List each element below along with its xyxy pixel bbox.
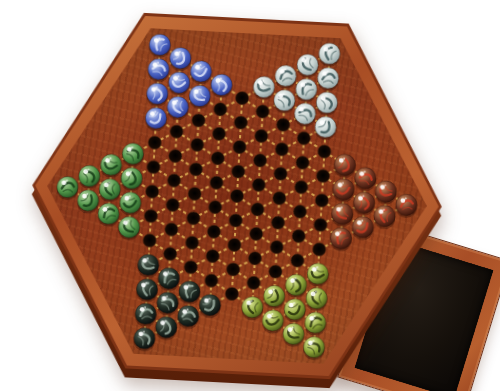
- hole[interactable]: [207, 225, 221, 239]
- hole[interactable]: [147, 160, 161, 174]
- marble-black[interactable]: [155, 316, 177, 341]
- marble-black[interactable]: [135, 303, 157, 328]
- marble-white[interactable]: [274, 65, 296, 90]
- hole[interactable]: [144, 209, 158, 223]
- hole[interactable]: [290, 254, 304, 268]
- marble-white[interactable]: [317, 67, 339, 92]
- hole[interactable]: [247, 276, 261, 290]
- marble-black[interactable]: [137, 254, 159, 279]
- hole[interactable]: [168, 149, 182, 163]
- marble-green[interactable]: [122, 143, 144, 168]
- marble-green[interactable]: [97, 203, 119, 228]
- marble-yellow-green[interactable]: [263, 285, 285, 310]
- marble-blue[interactable]: [147, 58, 169, 83]
- hole[interactable]: [248, 251, 262, 265]
- hole[interactable]: [312, 242, 326, 256]
- hole[interactable]: [185, 236, 199, 250]
- marble-red[interactable]: [395, 194, 417, 219]
- hole[interactable]: [230, 189, 244, 203]
- hole[interactable]: [186, 211, 200, 225]
- marble-red[interactable]: [331, 203, 353, 228]
- hole[interactable]: [213, 102, 227, 116]
- marble-yellow-green[interactable]: [282, 323, 304, 348]
- marble-yellow-green[interactable]: [303, 336, 325, 361]
- marble-red[interactable]: [352, 216, 374, 241]
- marble-black[interactable]: [199, 294, 221, 319]
- marble-red[interactable]: [334, 154, 356, 179]
- hole[interactable]: [145, 185, 159, 199]
- marble-white[interactable]: [316, 91, 338, 116]
- marble-blue[interactable]: [168, 71, 190, 96]
- hole[interactable]: [212, 127, 226, 141]
- marble-white[interactable]: [295, 78, 317, 103]
- hole[interactable]: [210, 176, 224, 190]
- hole[interactable]: [294, 180, 308, 194]
- marble-red[interactable]: [354, 167, 376, 192]
- hole[interactable]: [233, 140, 247, 154]
- marble-blue[interactable]: [190, 60, 212, 85]
- hole[interactable]: [256, 105, 270, 119]
- hole[interactable]: [206, 249, 220, 263]
- marble-yellow-green[interactable]: [284, 298, 306, 323]
- marble-green[interactable]: [77, 189, 99, 214]
- marble-red[interactable]: [330, 227, 352, 252]
- hole[interactable]: [296, 156, 310, 170]
- hole[interactable]: [165, 222, 179, 236]
- board-wrap: [0, 0, 500, 391]
- marble-yellow-green[interactable]: [241, 296, 263, 321]
- hole[interactable]: [254, 129, 268, 143]
- marble-white[interactable]: [253, 76, 275, 101]
- marble-black[interactable]: [156, 292, 178, 317]
- hole[interactable]: [275, 142, 289, 156]
- marble-green[interactable]: [120, 167, 142, 192]
- hole[interactable]: [225, 287, 239, 301]
- hole[interactable]: [274, 167, 288, 181]
- hole[interactable]: [292, 229, 306, 243]
- hole[interactable]: [226, 262, 240, 276]
- hole[interactable]: [293, 205, 307, 219]
- marble-blue[interactable]: [149, 34, 171, 59]
- hole[interactable]: [297, 131, 311, 145]
- marble-green[interactable]: [78, 165, 100, 190]
- marble-red[interactable]: [332, 178, 354, 203]
- marble-black[interactable]: [136, 278, 158, 303]
- marble-blue[interactable]: [169, 47, 191, 72]
- marble-white[interactable]: [314, 116, 336, 141]
- scene: [0, 0, 500, 391]
- marble-green[interactable]: [119, 192, 141, 217]
- marble-white[interactable]: [273, 89, 295, 114]
- marble-white[interactable]: [294, 103, 316, 128]
- hole[interactable]: [211, 151, 225, 165]
- hole[interactable]: [314, 218, 328, 232]
- hole[interactable]: [227, 238, 241, 252]
- star-grid: [0, 0, 500, 391]
- hole[interactable]: [208, 200, 222, 214]
- hole[interactable]: [231, 165, 245, 179]
- marble-red[interactable]: [353, 192, 375, 217]
- marble-green[interactable]: [118, 216, 140, 241]
- hole[interactable]: [253, 154, 267, 168]
- hole[interactable]: [272, 191, 286, 205]
- hole[interactable]: [204, 274, 218, 288]
- marble-blue[interactable]: [167, 96, 189, 121]
- marble-yellow-green[interactable]: [285, 274, 307, 299]
- marble-black[interactable]: [158, 267, 180, 292]
- marble-green[interactable]: [56, 176, 78, 201]
- hole[interactable]: [184, 260, 198, 274]
- marble-white[interactable]: [296, 54, 318, 79]
- hole[interactable]: [234, 116, 248, 130]
- hole[interactable]: [163, 247, 177, 261]
- hole[interactable]: [188, 187, 202, 201]
- marble-green[interactable]: [100, 154, 122, 179]
- hole[interactable]: [148, 136, 162, 150]
- hole[interactable]: [166, 198, 180, 212]
- hole[interactable]: [317, 145, 331, 159]
- hole[interactable]: [192, 113, 206, 127]
- marble-black[interactable]: [133, 327, 155, 352]
- marble-black[interactable]: [177, 305, 199, 330]
- marble-yellow-green[interactable]: [305, 287, 327, 312]
- marble-blue[interactable]: [210, 74, 232, 99]
- marble-yellow-green[interactable]: [262, 309, 284, 334]
- marble-blue[interactable]: [145, 107, 167, 132]
- hole[interactable]: [190, 138, 204, 152]
- hole[interactable]: [249, 227, 263, 241]
- marble-black[interactable]: [178, 281, 200, 306]
- hole[interactable]: [270, 240, 284, 254]
- marble-white[interactable]: [318, 43, 340, 68]
- hole[interactable]: [167, 174, 181, 188]
- marble-blue[interactable]: [146, 83, 168, 108]
- hole[interactable]: [269, 265, 283, 279]
- hole[interactable]: [271, 216, 285, 230]
- hole[interactable]: [235, 91, 249, 105]
- hole[interactable]: [229, 214, 243, 228]
- hole[interactable]: [170, 125, 184, 139]
- marble-yellow-green[interactable]: [307, 263, 329, 288]
- hole[interactable]: [316, 169, 330, 183]
- hole[interactable]: [315, 194, 329, 208]
- marble-blue[interactable]: [189, 85, 211, 110]
- marble-red[interactable]: [375, 180, 397, 205]
- hole[interactable]: [251, 202, 265, 216]
- marble-green[interactable]: [99, 178, 121, 203]
- marble-yellow-green[interactable]: [304, 312, 326, 337]
- hole[interactable]: [143, 234, 157, 248]
- hole[interactable]: [276, 118, 290, 132]
- marble-red[interactable]: [373, 205, 395, 230]
- hole[interactable]: [189, 162, 203, 176]
- hole[interactable]: [252, 178, 266, 192]
